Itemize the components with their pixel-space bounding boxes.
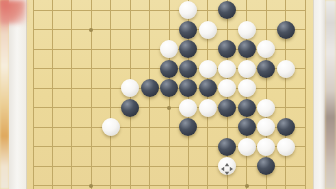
stone-black: [238, 118, 256, 136]
stone-black: [218, 40, 236, 58]
stone-black: [179, 118, 197, 136]
stone-white: [218, 60, 236, 78]
stone-black: [199, 79, 217, 97]
stone-black: [277, 118, 295, 136]
stone-black: [218, 138, 236, 156]
background-video-blur-left: [0, 0, 9, 189]
stone-white: [160, 40, 178, 58]
stone-white: [238, 21, 256, 39]
stone-white: [179, 99, 197, 117]
stone-white: [199, 60, 217, 78]
stone-white: [199, 21, 217, 39]
background-video-blur-right: [325, 0, 336, 189]
star-point: [245, 184, 249, 188]
board-surface[interactable]: [27, 0, 313, 189]
stone-white: [257, 40, 275, 58]
stone-white: [257, 138, 275, 156]
stone-black: [238, 99, 256, 117]
stone-white: [121, 79, 139, 97]
stone-white: [179, 1, 197, 19]
grid-line-horizontal: [33, 10, 306, 11]
stone-white: [257, 118, 275, 136]
stone-black: [160, 79, 178, 97]
stone-black: [238, 40, 256, 58]
stone-white: [199, 99, 217, 117]
stone-white: [218, 79, 236, 97]
stone-black: [179, 79, 197, 97]
grid-line-horizontal: [33, 185, 306, 186]
stone-black: [277, 21, 295, 39]
board-frame-right: [313, 0, 325, 189]
stone-white: [238, 60, 256, 78]
stone-black: [179, 21, 197, 39]
stone-white: [277, 60, 295, 78]
star-point: [89, 28, 93, 32]
stone-white: [238, 79, 256, 97]
stone-black: [257, 60, 275, 78]
stone-black: [257, 157, 275, 175]
stone-white: [102, 118, 120, 136]
background-blur-corner: [0, 0, 26, 24]
move-cursor-icon: [221, 160, 233, 172]
star-point: [167, 106, 171, 110]
stone-black: [160, 60, 178, 78]
stone-white: [277, 138, 295, 156]
stone-black: [121, 99, 139, 117]
board-frame-left: [9, 0, 27, 189]
grid-line-horizontal: [33, 29, 306, 30]
stone-white: [257, 99, 275, 117]
stone-black: [179, 60, 197, 78]
stone-white: [238, 138, 256, 156]
stone-black: [218, 99, 236, 117]
stone-black: [179, 40, 197, 58]
star-point: [89, 184, 93, 188]
stone-black: [141, 79, 159, 97]
stone-black: [218, 1, 236, 19]
